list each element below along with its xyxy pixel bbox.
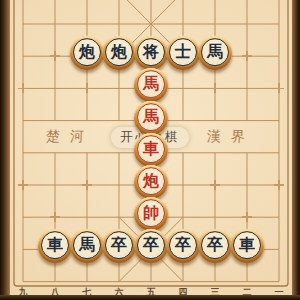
point-marker: [210, 180, 220, 190]
piece-character: 車: [239, 238, 255, 254]
piece-character: 炮: [79, 44, 95, 60]
window-frame-left: [0, 0, 10, 300]
point-marker: [274, 83, 284, 93]
piece-black[interactable]: 馬: [70, 229, 104, 263]
piece-character: 炮: [111, 44, 127, 60]
piece-face: 車: [233, 232, 261, 260]
piece-character: 帥: [143, 205, 159, 221]
piece-face: 卒: [169, 232, 197, 260]
piece-character: 炮: [143, 173, 159, 189]
piece-black[interactable]: 車: [38, 229, 72, 263]
piece-black[interactable]: 炮: [70, 36, 104, 70]
piece-face: 馬: [137, 103, 165, 131]
piece-red[interactable]: 帥: [134, 197, 168, 231]
piece-face: 帥: [137, 199, 165, 227]
piece-black[interactable]: 卒: [166, 229, 200, 263]
piece-black[interactable]: 卒: [134, 229, 168, 263]
point-marker: [242, 212, 252, 222]
window-frame-right: [292, 0, 300, 300]
window-frame-bottom: [0, 295, 300, 300]
piece-character: 卒: [111, 238, 127, 254]
piece-character: 馬: [79, 238, 95, 254]
piece-face: 卒: [105, 232, 133, 260]
piece-face: 卒: [201, 232, 229, 260]
piece-face: 馬: [201, 38, 229, 66]
piece-red[interactable]: 車: [134, 133, 168, 167]
piece-face: 炮: [105, 38, 133, 66]
point-marker: [18, 180, 28, 190]
piece-character: 馬: [143, 109, 159, 125]
point-marker: [50, 212, 60, 222]
piece-character: 馬: [207, 44, 223, 60]
point-marker: [82, 180, 92, 190]
xiangqi-board: 楚河 漢界 开心象棋 九八七六五四三二一 炮炮将士馬馬馬車炮帥車馬卒卒卒卒車: [0, 0, 300, 300]
piece-black[interactable]: 将: [134, 36, 168, 70]
piece-character: 士: [175, 44, 191, 60]
piece-red[interactable]: 馬: [134, 101, 168, 135]
piece-black[interactable]: 馬: [198, 36, 232, 70]
piece-black[interactable]: 卒: [102, 229, 136, 263]
piece-red[interactable]: 馬: [134, 68, 168, 102]
point-marker: [242, 51, 252, 61]
piece-character: 車: [47, 238, 63, 254]
piece-face: 炮: [137, 167, 165, 195]
river-label-right: 漢界: [207, 128, 256, 146]
piece-face: 車: [137, 135, 165, 163]
piece-character: 卒: [207, 238, 223, 254]
piece-face: 士: [169, 38, 197, 66]
piece-face: 馬: [73, 232, 101, 260]
piece-black[interactable]: 士: [166, 36, 200, 70]
piece-face: 卒: [137, 232, 165, 260]
piece-face: 車: [41, 232, 69, 260]
point-marker: [50, 51, 60, 61]
river-label-left: 楚河: [46, 128, 95, 146]
point-marker: [274, 180, 284, 190]
piece-character: 車: [143, 141, 159, 157]
piece-face: 炮: [73, 38, 101, 66]
piece-red[interactable]: 炮: [134, 165, 168, 199]
point-marker: [210, 83, 220, 93]
piece-black[interactable]: 車: [230, 229, 264, 263]
piece-character: 卒: [143, 238, 159, 254]
piece-character: 卒: [175, 238, 191, 254]
piece-character: 将: [143, 44, 159, 60]
piece-black[interactable]: 卒: [198, 229, 232, 263]
point-marker: [18, 83, 28, 93]
point-marker: [82, 83, 92, 93]
piece-character: 馬: [143, 77, 159, 93]
piece-face: 馬: [137, 71, 165, 99]
piece-black[interactable]: 炮: [102, 36, 136, 70]
piece-face: 将: [137, 38, 165, 66]
